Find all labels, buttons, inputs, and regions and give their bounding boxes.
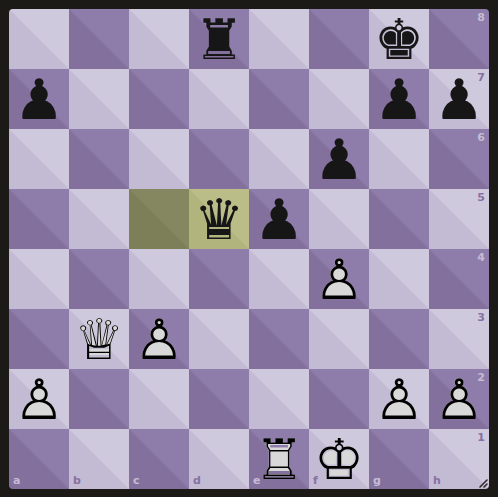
white-pawn-outline: ♙: [309, 249, 369, 309]
square-h6[interactable]: 6: [429, 129, 489, 189]
piece-black-rook-d8[interactable]: ♜: [189, 9, 249, 69]
square-h4[interactable]: 4: [429, 249, 489, 309]
file-label-d: d: [193, 475, 201, 486]
rank-label-8: 8: [477, 12, 485, 23]
white-pawn-glyph: ♟: [429, 369, 489, 429]
chess-board: ♜♚8♟♟♟7♟6♛♟5♟♙4♛♕♟♙3♟♙♟♙♟♙2abcd♜♖e♚♔fgh1: [9, 9, 489, 489]
square-c6[interactable]: [129, 129, 189, 189]
square-f7[interactable]: [309, 69, 369, 129]
piece-white-queen-b3[interactable]: ♛♕: [69, 309, 129, 369]
square-e2[interactable]: [249, 369, 309, 429]
square-f8[interactable]: [309, 9, 369, 69]
rank-label-4: 4: [477, 252, 485, 263]
black-pawn-glyph: ♟: [249, 189, 309, 249]
square-h5[interactable]: 5: [429, 189, 489, 249]
piece-white-pawn-f4[interactable]: ♟♙: [309, 249, 369, 309]
square-f1[interactable]: ♚♔f: [309, 429, 369, 489]
square-d1[interactable]: d: [189, 429, 249, 489]
white-queen-outline: ♕: [69, 309, 129, 369]
square-c7[interactable]: [129, 69, 189, 129]
square-g2[interactable]: ♟♙: [369, 369, 429, 429]
file-label-g: g: [373, 475, 381, 486]
piece-black-pawn-f6[interactable]: ♟: [309, 129, 369, 189]
square-e7[interactable]: [249, 69, 309, 129]
piece-white-pawn-c3[interactable]: ♟♙: [129, 309, 189, 369]
file-label-c: c: [133, 475, 140, 486]
square-e1[interactable]: ♜♖e: [249, 429, 309, 489]
square-d5[interactable]: ♛: [189, 189, 249, 249]
black-king-glyph: ♚: [369, 9, 429, 69]
square-g6[interactable]: [369, 129, 429, 189]
black-pawn-glyph: ♟: [9, 69, 69, 129]
square-e4[interactable]: [249, 249, 309, 309]
piece-white-pawn-h2[interactable]: ♟♙: [429, 369, 489, 429]
square-h1[interactable]: h1: [429, 429, 489, 489]
rank-label-1: 1: [477, 432, 485, 443]
square-h2[interactable]: ♟♙2: [429, 369, 489, 429]
square-c5[interactable]: [129, 189, 189, 249]
file-label-h: h: [433, 475, 441, 486]
square-a1[interactable]: a: [9, 429, 69, 489]
white-queen-glyph: ♛: [69, 309, 129, 369]
white-pawn-glyph: ♟: [369, 369, 429, 429]
square-g8[interactable]: ♚: [369, 9, 429, 69]
square-g3[interactable]: [369, 309, 429, 369]
square-b8[interactable]: [69, 9, 129, 69]
rank-label-3: 3: [477, 312, 485, 323]
square-c4[interactable]: [129, 249, 189, 309]
black-pawn-glyph: ♟: [309, 129, 369, 189]
square-g1[interactable]: g: [369, 429, 429, 489]
square-a8[interactable]: [9, 9, 69, 69]
square-b6[interactable]: [69, 129, 129, 189]
square-b5[interactable]: [69, 189, 129, 249]
square-e5[interactable]: ♟: [249, 189, 309, 249]
square-f3[interactable]: [309, 309, 369, 369]
piece-black-king-g8[interactable]: ♚: [369, 9, 429, 69]
white-pawn-outline: ♙: [129, 309, 189, 369]
square-b2[interactable]: [69, 369, 129, 429]
square-b1[interactable]: b: [69, 429, 129, 489]
black-rook-glyph: ♜: [189, 9, 249, 69]
square-f4[interactable]: ♟♙: [309, 249, 369, 309]
square-g5[interactable]: [369, 189, 429, 249]
piece-black-queen-d5[interactable]: ♛: [189, 189, 249, 249]
square-a4[interactable]: [9, 249, 69, 309]
white-pawn-glyph: ♟: [309, 249, 369, 309]
piece-white-pawn-g2[interactable]: ♟♙: [369, 369, 429, 429]
square-f2[interactable]: [309, 369, 369, 429]
white-rook-glyph: ♜: [249, 429, 309, 489]
square-e3[interactable]: [249, 309, 309, 369]
square-g7[interactable]: ♟: [369, 69, 429, 129]
square-d6[interactable]: [189, 129, 249, 189]
square-h3[interactable]: 3: [429, 309, 489, 369]
square-g4[interactable]: [369, 249, 429, 309]
square-d3[interactable]: [189, 309, 249, 369]
white-pawn-outline: ♙: [9, 369, 69, 429]
white-pawn-glyph: ♟: [9, 369, 69, 429]
black-queen-glyph: ♛: [189, 189, 249, 249]
square-a2[interactable]: ♟♙: [9, 369, 69, 429]
square-d8[interactable]: ♜: [189, 9, 249, 69]
black-pawn-glyph: ♟: [369, 69, 429, 129]
piece-black-pawn-h7[interactable]: ♟: [429, 69, 489, 129]
black-pawn-glyph: ♟: [429, 69, 489, 129]
square-a6[interactable]: [9, 129, 69, 189]
square-h8[interactable]: 8: [429, 9, 489, 69]
square-c8[interactable]: [129, 9, 189, 69]
square-b4[interactable]: [69, 249, 129, 309]
piece-white-rook-e1[interactable]: ♜♖: [249, 429, 309, 489]
piece-black-pawn-g7[interactable]: ♟: [369, 69, 429, 129]
square-d4[interactable]: [189, 249, 249, 309]
square-f5[interactable]: [309, 189, 369, 249]
white-pawn-glyph: ♟: [129, 309, 189, 369]
square-d2[interactable]: [189, 369, 249, 429]
square-a7[interactable]: ♟: [9, 69, 69, 129]
piece-white-pawn-a2[interactable]: ♟♙: [9, 369, 69, 429]
file-label-a: a: [13, 475, 20, 486]
square-h7[interactable]: ♟7: [429, 69, 489, 129]
white-rook-outline: ♖: [249, 429, 309, 489]
square-e6[interactable]: [249, 129, 309, 189]
square-d7[interactable]: [189, 69, 249, 129]
square-a5[interactable]: [9, 189, 69, 249]
square-a3[interactable]: [9, 309, 69, 369]
piece-black-pawn-a7[interactable]: ♟: [9, 69, 69, 129]
piece-black-pawn-e5[interactable]: ♟: [249, 189, 309, 249]
white-king-glyph: ♚: [309, 429, 369, 489]
square-b3[interactable]: ♛♕: [69, 309, 129, 369]
square-c1[interactable]: c: [129, 429, 189, 489]
white-pawn-outline: ♙: [429, 369, 489, 429]
rank-label-5: 5: [477, 192, 485, 203]
chess-board-widget: ♜♚8♟♟♟7♟6♛♟5♟♙4♛♕♟♙3♟♙♟♙♟♙2abcd♜♖e♚♔fgh1: [0, 0, 498, 497]
white-pawn-outline: ♙: [369, 369, 429, 429]
square-c3[interactable]: ♟♙: [129, 309, 189, 369]
file-label-b: b: [73, 475, 81, 486]
square-c2[interactable]: [129, 369, 189, 429]
piece-white-king-f1[interactable]: ♚♔: [309, 429, 369, 489]
square-f6[interactable]: ♟: [309, 129, 369, 189]
rank-label-6: 6: [477, 132, 485, 143]
board-resize-handle-icon[interactable]: [476, 476, 489, 489]
square-b7[interactable]: [69, 69, 129, 129]
square-e8[interactable]: [249, 9, 309, 69]
white-king-outline: ♔: [309, 429, 369, 489]
